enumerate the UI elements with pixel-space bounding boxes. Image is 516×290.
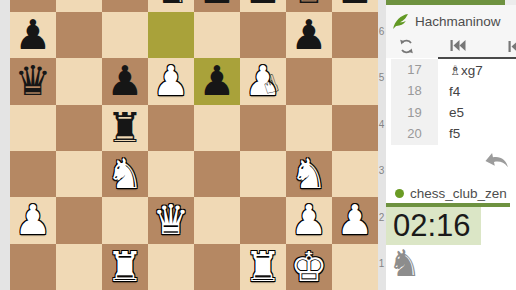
black-pawn-h7[interactable]: ♟ [337, 0, 374, 12]
white-pawn-g2[interactable]: ♟ [291, 197, 328, 243]
square-a1[interactable] [10, 244, 56, 290]
rank-label-3: 3 [377, 165, 386, 176]
square-d3[interactable] [148, 151, 194, 197]
black-pawn-e7[interactable]: ♟ [199, 0, 236, 12]
square-a7[interactable] [10, 0, 56, 12]
cycle-icon[interactable] [399, 39, 414, 54]
rank-label-6: 6 [377, 26, 386, 37]
move-san[interactable]: e5 [438, 105, 464, 120]
square-g1[interactable]: ♚ [286, 244, 332, 290]
rank-label-2: 2 [377, 212, 386, 223]
square-b7[interactable] [56, 0, 102, 12]
black-pawn-e5[interactable]: ♟ [199, 58, 236, 104]
square-d1[interactable] [148, 244, 194, 290]
move-san[interactable]: f4 [438, 84, 460, 99]
square-h7[interactable]: ♟ [332, 0, 378, 12]
square-d7[interactable]: ♞ [148, 0, 194, 12]
square-b2[interactable] [56, 197, 102, 243]
square-d2[interactable]: ♛ [148, 197, 194, 243]
square-g4[interactable] [286, 105, 332, 151]
square-d6[interactable] [148, 12, 194, 58]
square-c4[interactable]: ♜ [102, 105, 148, 151]
square-g6[interactable]: ♟ [286, 12, 332, 58]
move-row: 20f5 [386, 123, 516, 144]
square-b1[interactable] [56, 244, 102, 290]
move-number: 17 [391, 59, 438, 80]
white-pawn-d5[interactable]: ♟ [153, 58, 190, 104]
player-clock: 02:16 [386, 207, 481, 245]
chess-board[interactable]: ♞♟♟♚♟♟♟♛♟♟♟♟♜♞♞♟♛♟♟♜♜♚ [10, 0, 378, 290]
square-h4[interactable] [332, 105, 378, 151]
square-e4[interactable] [194, 105, 240, 151]
square-f2[interactable] [240, 197, 286, 243]
square-a5[interactable]: ♛ [10, 58, 56, 104]
square-d5[interactable]: ♟ [148, 58, 194, 104]
bottom-player-name[interactable]: chess_club_zen [410, 186, 507, 201]
bottom-player-row[interactable]: chess_club_zen [395, 181, 507, 205]
black-knight-d7[interactable]: ♞ [153, 0, 190, 12]
square-f4[interactable] [240, 105, 286, 151]
square-e6[interactable] [194, 12, 240, 58]
white-knight-c3[interactable]: ♞ [107, 151, 144, 197]
white-rook-c1[interactable]: ♜ [107, 244, 144, 290]
white-pawn-h2[interactable]: ♟ [337, 197, 374, 243]
square-g7[interactable]: ♚ [286, 0, 332, 12]
black-rook-c4[interactable]: ♜ [107, 105, 144, 151]
square-b6[interactable] [56, 12, 102, 58]
move-list: 17♗xg718f419e520f5 [386, 59, 516, 145]
square-c5[interactable]: ♟ [102, 58, 148, 104]
rank-label-4: 4 [377, 119, 386, 130]
square-h5[interactable] [332, 58, 378, 104]
square-c6[interactable] [102, 12, 148, 58]
white-rook-f1[interactable]: ♜ [245, 244, 282, 290]
black-pawn-c5[interactable]: ♟ [107, 58, 144, 104]
black-pawn-a6[interactable]: ♟ [15, 12, 52, 58]
top-player-name[interactable]: Hachmaninow [415, 14, 501, 29]
square-e1[interactable] [194, 244, 240, 290]
move-row: 18f4 [386, 80, 516, 101]
sidebar: Hachmaninow 17♗xg718f419e520f [386, 0, 516, 290]
white-knight-g3[interactable]: ♞ [291, 151, 328, 197]
skip-back-icon-clipped[interactable] [508, 39, 516, 53]
square-h3[interactable] [332, 151, 378, 197]
square-g2[interactable]: ♟ [286, 197, 332, 243]
white-pawn-a2[interactable]: ♟ [15, 197, 52, 243]
square-f1[interactable]: ♜ [240, 244, 286, 290]
black-queen-a5[interactable]: ♛ [15, 58, 52, 104]
move-row: 19e5 [386, 102, 516, 123]
square-c7[interactable] [102, 0, 148, 12]
square-h6[interactable] [332, 12, 378, 58]
online-status-dot [395, 189, 404, 198]
square-b4[interactable] [56, 105, 102, 151]
white-king-g1[interactable]: ♚ [291, 244, 328, 290]
knight-icon: ♞ [388, 242, 421, 286]
square-h1[interactable] [332, 244, 378, 290]
square-c3[interactable]: ♞ [102, 151, 148, 197]
opponent-clock-bar [386, 0, 505, 5]
skip-to-start-icon[interactable] [450, 39, 466, 52]
square-h2[interactable]: ♟ [332, 197, 378, 243]
square-c1[interactable]: ♜ [102, 244, 148, 290]
move-number: 19 [391, 102, 438, 123]
square-a3[interactable] [10, 151, 56, 197]
undo-arrow-icon[interactable] [481, 148, 511, 175]
square-f7[interactable]: ♟ [240, 0, 286, 12]
square-f6[interactable] [240, 12, 286, 58]
square-g3[interactable]: ♞ [286, 151, 332, 197]
rank-label-1: 1 [377, 258, 386, 269]
opponent-clock-bar-end [505, 0, 516, 5]
app-viewport: ♞♟♟♚♟♟♟♛♟♟♟♟♜♞♞♟♛♟♟♜♜♚ 654321 ☝ Hachmani… [0, 0, 516, 290]
black-king-g7[interactable]: ♚ [291, 0, 328, 12]
toolbar [386, 37, 516, 57]
square-e3[interactable] [194, 151, 240, 197]
square-f3[interactable] [240, 151, 286, 197]
move-san[interactable]: f5 [438, 126, 460, 141]
square-g5[interactable] [286, 58, 332, 104]
square-e2[interactable] [194, 197, 240, 243]
move-number: 20 [391, 123, 438, 144]
rank-label-5: 5 [377, 72, 386, 83]
move-san[interactable]: ♗xg7 [438, 62, 483, 78]
black-pawn-f7[interactable]: ♟ [245, 0, 282, 12]
square-a4[interactable] [10, 105, 56, 151]
black-pawn-g6[interactable]: ♟ [291, 12, 328, 58]
square-b3[interactable] [56, 151, 102, 197]
white-queen-d2[interactable]: ♛ [153, 197, 190, 243]
square-a6[interactable]: ♟ [10, 12, 56, 58]
square-c2[interactable] [102, 197, 148, 243]
move-row: 17♗xg7 [386, 59, 516, 80]
square-d4[interactable] [148, 105, 194, 151]
square-e5[interactable]: ♟ [194, 58, 240, 104]
patron-feather-icon [392, 13, 409, 30]
square-b5[interactable] [56, 58, 102, 104]
square-a2[interactable]: ♟ [10, 197, 56, 243]
top-player-row[interactable]: Hachmaninow [392, 9, 501, 33]
square-e7[interactable]: ♟ [194, 0, 240, 12]
move-number: 18 [391, 80, 438, 101]
